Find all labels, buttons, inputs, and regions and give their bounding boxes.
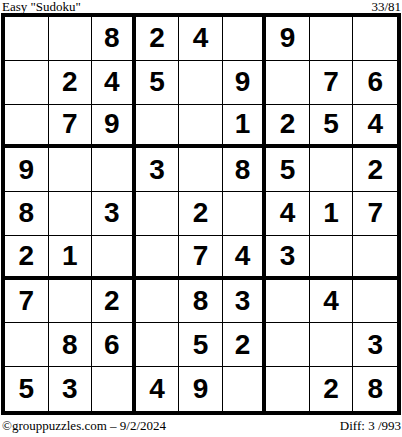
puzzle-title: Easy "Sudoku" (2, 0, 81, 13)
cell-r5c4[interactable] (136, 192, 180, 236)
cell-r2c7[interactable] (266, 61, 310, 105)
cell-r2c9: 6 (353, 61, 397, 105)
cell-r4c7: 5 (266, 148, 310, 192)
cell-r6c1: 2 (5, 236, 49, 280)
difficulty-text: Diff: 3 /993 (340, 415, 401, 437)
cell-r3c4[interactable] (136, 105, 180, 149)
cell-r4c1: 9 (5, 148, 49, 192)
cell-r4c6: 8 (223, 148, 267, 192)
cell-r6c8[interactable] (310, 236, 354, 280)
sudoku-page: Easy "Sudoku" 33/81 82492459767912549385… (0, 0, 402, 437)
cell-r7c3: 2 (92, 280, 136, 324)
cell-r2c4: 5 (136, 61, 180, 105)
cell-r7c7[interactable] (266, 280, 310, 324)
cell-r7c6: 3 (223, 280, 267, 324)
cell-r7c1: 7 (5, 280, 49, 324)
cell-r4c4: 3 (136, 148, 180, 192)
cell-r8c8[interactable] (310, 323, 354, 367)
cell-r8c9: 3 (353, 323, 397, 367)
cell-r9c6[interactable] (223, 367, 267, 411)
cell-r6c7: 3 (266, 236, 310, 280)
cell-r9c1: 5 (5, 367, 49, 411)
cell-r5c1: 8 (5, 192, 49, 236)
copyright-text: ©grouppuzzles.com – 9/2/2024 (2, 415, 166, 437)
cell-r6c9[interactable] (353, 236, 397, 280)
progress-counter: 33/81 (371, 0, 401, 13)
cell-r2c2: 2 (49, 61, 93, 105)
cell-r9c3[interactable] (92, 367, 136, 411)
cell-r6c4[interactable] (136, 236, 180, 280)
cell-r3c7: 2 (266, 105, 310, 149)
cell-r9c4: 4 (136, 367, 180, 411)
cell-r3c1[interactable] (5, 105, 49, 149)
cell-r5c5: 2 (179, 192, 223, 236)
cell-r1c3: 8 (92, 17, 136, 61)
cell-r6c5: 7 (179, 236, 223, 280)
cell-r4c5[interactable] (179, 148, 223, 192)
cell-r2c5[interactable] (179, 61, 223, 105)
footer: ©grouppuzzles.com – 9/2/2024 Diff: 3 /99… (0, 415, 402, 437)
cell-r8c1[interactable] (5, 323, 49, 367)
cell-r8c6: 2 (223, 323, 267, 367)
cell-r2c1[interactable] (5, 61, 49, 105)
cell-r9c5: 9 (179, 367, 223, 411)
header: Easy "Sudoku" 33/81 (0, 0, 402, 13)
cell-r9c9: 8 (353, 367, 397, 411)
cell-r7c9[interactable] (353, 280, 397, 324)
cell-r1c2[interactable] (49, 17, 93, 61)
cell-r9c2: 3 (49, 367, 93, 411)
cell-r9c7[interactable] (266, 367, 310, 411)
cell-r9c8: 2 (310, 367, 354, 411)
cell-r1c4: 2 (136, 17, 180, 61)
cell-r2c6: 9 (223, 61, 267, 105)
cell-r5c8: 1 (310, 192, 354, 236)
cell-r1c8[interactable] (310, 17, 354, 61)
cell-r3c6: 1 (223, 105, 267, 149)
cell-r4c3[interactable] (92, 148, 136, 192)
cell-r1c6[interactable] (223, 17, 267, 61)
cell-r7c5: 8 (179, 280, 223, 324)
cell-r5c2[interactable] (49, 192, 93, 236)
cell-r7c2[interactable] (49, 280, 93, 324)
cell-r3c8: 5 (310, 105, 354, 149)
cell-r7c4[interactable] (136, 280, 180, 324)
cell-r2c3: 4 (92, 61, 136, 105)
cell-r2c8: 7 (310, 61, 354, 105)
sudoku-board: 8249245976791254938528324172174372834865… (1, 13, 401, 415)
cell-r5c3: 3 (92, 192, 136, 236)
cell-r8c5: 5 (179, 323, 223, 367)
cell-r3c2: 7 (49, 105, 93, 149)
cell-r1c1[interactable] (5, 17, 49, 61)
cell-r8c2: 8 (49, 323, 93, 367)
cell-r5c6[interactable] (223, 192, 267, 236)
cell-r1c5: 4 (179, 17, 223, 61)
cell-r8c3: 6 (92, 323, 136, 367)
cell-r6c3[interactable] (92, 236, 136, 280)
cell-r4c2[interactable] (49, 148, 93, 192)
cell-r4c8[interactable] (310, 148, 354, 192)
cell-r3c5[interactable] (179, 105, 223, 149)
cell-r1c9[interactable] (353, 17, 397, 61)
cell-r1c7: 9 (266, 17, 310, 61)
cell-r6c6: 4 (223, 236, 267, 280)
cell-r8c4[interactable] (136, 323, 180, 367)
cell-r4c9: 2 (353, 148, 397, 192)
cell-r3c3: 9 (92, 105, 136, 149)
cell-r6c2: 1 (49, 236, 93, 280)
cell-r5c7: 4 (266, 192, 310, 236)
cell-r7c8: 4 (310, 280, 354, 324)
cell-r3c9: 4 (353, 105, 397, 149)
cell-r5c9: 7 (353, 192, 397, 236)
cell-r8c7[interactable] (266, 323, 310, 367)
